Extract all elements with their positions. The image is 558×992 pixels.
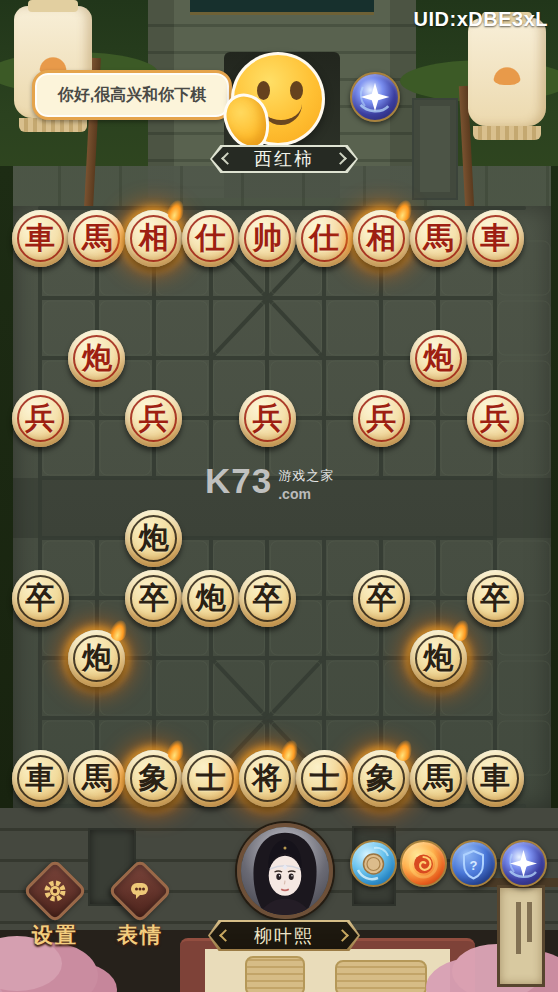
skill-energy-orb[interactable] — [500, 840, 547, 887]
gate-roof — [190, 0, 374, 15]
piece-車-black[interactable]: 車 — [12, 750, 69, 807]
player-name-banner: 柳叶熙 — [208, 920, 360, 951]
gear-icon — [43, 879, 67, 903]
piece-士-black[interactable]: 士 — [296, 750, 353, 807]
lotus-motif-icon — [492, 63, 522, 85]
chess-piece-icon — [350, 840, 397, 887]
piece-車-black[interactable]: 車 — [467, 750, 524, 807]
carved-pillar — [412, 98, 458, 200]
piece-兵-red[interactable]: 兵 — [353, 390, 410, 447]
chat-bubble: 你好,很高兴和你下棋 — [32, 70, 232, 120]
piece-卒-black[interactable]: 卒 — [353, 570, 410, 627]
skill-fire-orb[interactable] — [400, 840, 447, 887]
watermark-domain: .com — [278, 486, 311, 502]
piece-炮-black[interactable]: 炮 — [68, 630, 125, 687]
piece-卒-black[interactable]: 卒 — [467, 570, 524, 627]
piece-卒-black[interactable]: 卒 — [239, 570, 296, 627]
emotes-button[interactable]: 表情 — [103, 868, 177, 949]
piece-士-black[interactable]: 士 — [182, 750, 239, 807]
female-portrait — [241, 827, 329, 915]
player-avatar[interactable] — [237, 823, 333, 919]
piece-兵-red[interactable]: 兵 — [239, 390, 296, 447]
piece-馬-red[interactable]: 馬 — [410, 210, 467, 267]
opponent-energy-orb-icon — [350, 72, 400, 122]
piece-相-red[interactable]: 相 — [125, 210, 182, 267]
piece-相-red[interactable]: 相 — [353, 210, 410, 267]
opponent-name-banner: 西红柿 — [210, 145, 358, 173]
left-foliage-strip — [0, 166, 13, 808]
watermark: K73 游戏之家 .com — [205, 464, 334, 503]
chat-bubble-icon — [128, 879, 152, 903]
piece-仕-red[interactable]: 仕 — [296, 210, 353, 267]
right-edge-strip — [551, 166, 558, 808]
uid-label: UID:xDBE3xL — [414, 8, 548, 31]
waving-smiley-emoji — [231, 52, 325, 146]
lantern-icon — [468, 18, 546, 126]
svg-text:?: ? — [470, 858, 478, 873]
fire-swirl-icon — [400, 840, 447, 887]
piece-炮-black[interactable]: 炮 — [182, 570, 239, 627]
chat-message: 你好,很高兴和你下棋 — [58, 85, 206, 106]
piece-車-red[interactable]: 車 — [12, 210, 69, 267]
watermark-logo: K73 — [205, 464, 272, 498]
piece-兵-red[interactable]: 兵 — [467, 390, 524, 447]
piece-兵-red[interactable]: 兵 — [125, 390, 182, 447]
xiangqi-board[interactable]: K73 游戏之家 .com 車馬相仕帅仕相馬車炮炮兵兵兵兵兵炮卒卒炮卒卒卒炮炮車… — [13, 206, 551, 808]
bamboo-scroll — [245, 956, 305, 992]
skill-shield-orb[interactable]: ? — [450, 840, 497, 887]
piece-炮-black[interactable]: 炮 — [125, 510, 182, 567]
piece-卒-black[interactable]: 卒 — [125, 570, 182, 627]
piece-馬-red[interactable]: 馬 — [68, 210, 125, 267]
settings-button[interactable]: 设置 — [18, 868, 92, 949]
shield-question-icon: ? — [450, 840, 497, 887]
piece-車-red[interactable]: 車 — [467, 210, 524, 267]
piece-馬-black[interactable]: 馬 — [68, 750, 125, 807]
watermark-site-name: 游戏之家 — [278, 468, 334, 483]
board-grid — [13, 206, 551, 808]
piece-炮-black[interactable]: 炮 — [410, 630, 467, 687]
emotes-label: 表情 — [103, 921, 177, 949]
piece-帅-red[interactable]: 帅 — [239, 210, 296, 267]
piece-象-black[interactable]: 象 — [353, 750, 410, 807]
bamboo-scroll — [335, 960, 427, 992]
piece-象-black[interactable]: 象 — [125, 750, 182, 807]
skill-undo-orb[interactable] — [350, 840, 397, 887]
piece-卒-black[interactable]: 卒 — [12, 570, 69, 627]
piece-炮-red[interactable]: 炮 — [410, 330, 467, 387]
standing-lantern-icon — [497, 885, 545, 987]
game-screen: K73 游戏之家 .com 車馬相仕帅仕相馬車炮炮兵兵兵兵兵炮卒卒炮卒卒卒炮炮車… — [0, 0, 558, 992]
piece-馬-black[interactable]: 馬 — [410, 750, 467, 807]
piece-仕-red[interactable]: 仕 — [182, 210, 239, 267]
star-energy-icon — [500, 840, 547, 887]
piece-将-black[interactable]: 将 — [239, 750, 296, 807]
settings-label: 设置 — [18, 921, 92, 949]
piece-炮-red[interactable]: 炮 — [68, 330, 125, 387]
piece-兵-red[interactable]: 兵 — [12, 390, 69, 447]
